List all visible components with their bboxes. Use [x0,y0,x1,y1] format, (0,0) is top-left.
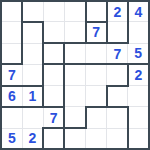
cell-r5c1[interactable]: 6 [1,86,22,107]
given-digit: 4 [135,5,143,19]
cell-r1c6[interactable]: 2 [107,1,128,22]
cell-r2c5[interactable]: 7 [86,22,107,43]
cell-r3c2[interactable] [22,43,43,64]
cell-r2c6[interactable] [107,22,128,43]
puzzle-grid: 247757261752 [0,0,150,150]
cell-r7c6[interactable] [107,128,128,149]
cell-r5c6[interactable] [107,86,128,107]
cell-r5c7[interactable] [128,86,149,107]
cell-r6c2[interactable] [22,107,43,128]
cell-r6c5[interactable] [86,107,107,128]
cell-r7c1[interactable]: 5 [1,128,22,149]
given-digit: 5 [134,46,142,60]
given-digit: 1 [29,89,37,103]
cell-r6c3[interactable]: 7 [43,107,64,128]
cell-r3c5[interactable] [86,43,107,64]
cell-r5c2[interactable]: 1 [22,86,43,107]
given-digit: 2 [113,5,121,19]
given-digit: 7 [8,68,16,82]
cell-r7c7[interactable] [128,128,149,149]
cell-r6c7[interactable] [128,107,149,128]
cell-r3c3[interactable] [43,43,64,64]
cell-r5c4[interactable] [64,86,85,107]
cell-r7c2[interactable]: 2 [22,128,43,149]
cell-r7c5[interactable] [86,128,107,149]
cell-r4c6[interactable] [107,64,128,85]
cell-r3c6[interactable]: 7 [107,43,128,64]
given-digit: 7 [113,47,121,61]
cell-r2c7[interactable] [128,22,149,43]
cell-r1c1[interactable] [1,1,22,22]
cell-r6c4[interactable] [64,107,85,128]
cell-r6c6[interactable] [107,107,128,128]
cell-r4c1[interactable]: 7 [1,64,22,85]
given-digit: 2 [29,131,37,145]
given-digit: 7 [92,25,100,39]
cell-r2c4[interactable] [64,22,85,43]
cell-r4c5[interactable] [86,64,107,85]
given-digit: 6 [8,89,16,103]
cell-r3c7[interactable]: 5 [128,43,149,64]
cell-r3c4[interactable] [64,43,85,64]
cell-r6c1[interactable] [1,107,22,128]
given-digit: 2 [135,68,143,82]
cell-r4c2[interactable] [22,64,43,85]
cell-r2c1[interactable] [1,22,22,43]
cell-r1c7[interactable]: 4 [128,1,149,22]
cell-r7c4[interactable] [64,128,85,149]
cell-r3c1[interactable] [1,43,22,64]
cell-r1c3[interactable] [43,1,64,22]
cell-r2c3[interactable] [43,22,64,43]
cell-r5c5[interactable] [86,86,107,107]
puzzle-board: 247757261752 [0,0,150,150]
cell-r1c5[interactable] [86,1,107,22]
given-digit: 7 [50,111,58,125]
cell-r4c4[interactable] [64,64,85,85]
cell-r2c2[interactable] [22,22,43,43]
given-digit: 5 [8,131,16,145]
cell-r4c3[interactable] [43,64,64,85]
cell-r4c7[interactable]: 2 [128,64,149,85]
cell-r5c3[interactable] [43,86,64,107]
cell-r1c4[interactable] [64,1,85,22]
cell-r7c3[interactable] [43,128,64,149]
cell-r1c2[interactable] [22,1,43,22]
